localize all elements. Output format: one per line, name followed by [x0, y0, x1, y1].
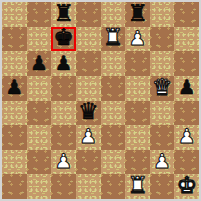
piece-white-pawn[interactable]: ♟ [55, 151, 73, 171]
piece-white-pawn[interactable]: ♟ [153, 151, 171, 171]
square-c8[interactable]: ♜ [51, 2, 76, 27]
square-f7[interactable]: ♟ [125, 27, 150, 52]
square-c4[interactable] [51, 101, 76, 126]
square-b3[interactable] [27, 125, 52, 150]
square-c6[interactable]: ♟ [51, 51, 76, 76]
square-d8[interactable] [76, 2, 101, 27]
square-d6[interactable] [76, 51, 101, 76]
piece-white-rook[interactable]: ♜ [103, 27, 124, 50]
square-a5[interactable]: ♟ [2, 76, 27, 101]
square-b7[interactable] [27, 27, 52, 52]
square-g5[interactable]: ♛ [150, 76, 175, 101]
piece-white-pawn[interactable]: ♟ [79, 126, 97, 146]
square-a1[interactable] [2, 174, 27, 199]
square-f6[interactable] [125, 51, 150, 76]
square-e8[interactable] [101, 2, 126, 27]
square-d7[interactable] [76, 27, 101, 52]
square-a8[interactable] [2, 2, 27, 27]
square-c1[interactable] [51, 174, 76, 199]
piece-white-queen[interactable]: ♛ [152, 76, 173, 99]
square-d3[interactable]: ♟ [76, 125, 101, 150]
piece-black-pawn[interactable]: ♟ [30, 53, 48, 73]
square-f5[interactable] [125, 76, 150, 101]
square-d1[interactable] [76, 174, 101, 199]
square-c3[interactable] [51, 125, 76, 150]
square-b5[interactable] [27, 76, 52, 101]
square-h1[interactable]: ♚ [174, 174, 199, 199]
square-h3[interactable]: ♟ [174, 125, 199, 150]
piece-white-pawn[interactable]: ♟ [178, 126, 196, 146]
piece-black-pawn[interactable]: ♟ [178, 77, 196, 97]
square-b2[interactable] [27, 150, 52, 175]
square-g7[interactable] [150, 27, 175, 52]
piece-black-rook[interactable]: ♜ [127, 2, 148, 25]
square-d4[interactable]: ♛ [76, 101, 101, 126]
piece-white-king[interactable]: ♚ [176, 174, 197, 197]
square-h7[interactable] [174, 27, 199, 52]
square-e7[interactable]: ♜ [101, 27, 126, 52]
piece-black-pawn[interactable]: ♟ [5, 77, 23, 97]
piece-black-rook[interactable]: ♜ [53, 2, 74, 25]
square-g6[interactable] [150, 51, 175, 76]
square-e2[interactable] [101, 150, 126, 175]
piece-black-pawn[interactable]: ♟ [55, 53, 73, 73]
square-c2[interactable]: ♟ [51, 150, 76, 175]
square-h4[interactable] [174, 101, 199, 126]
square-g4[interactable] [150, 101, 175, 126]
square-b8[interactable] [27, 2, 52, 27]
square-a2[interactable] [2, 150, 27, 175]
square-f4[interactable] [125, 101, 150, 126]
chess-app: ♜♜♚♜♟♟♟♟♛♟♛♟♟♟♟♜♚ [0, 0, 201, 201]
square-e6[interactable] [101, 51, 126, 76]
square-b6[interactable]: ♟ [27, 51, 52, 76]
square-e4[interactable] [101, 101, 126, 126]
square-a4[interactable] [2, 101, 27, 126]
square-g8[interactable] [150, 2, 175, 27]
piece-white-rook[interactable]: ♜ [127, 174, 148, 197]
square-d2[interactable] [76, 150, 101, 175]
square-e1[interactable] [101, 174, 126, 199]
square-g1[interactable] [150, 174, 175, 199]
square-b1[interactable] [27, 174, 52, 199]
square-b4[interactable] [27, 101, 52, 126]
square-h6[interactable] [174, 51, 199, 76]
square-f8[interactable]: ♜ [125, 2, 150, 27]
square-g2[interactable]: ♟ [150, 150, 175, 175]
square-g3[interactable] [150, 125, 175, 150]
piece-black-king[interactable]: ♚ [53, 27, 74, 50]
square-h5[interactable]: ♟ [174, 76, 199, 101]
chess-board: ♜♜♚♜♟♟♟♟♛♟♛♟♟♟♟♜♚ [0, 0, 201, 201]
square-d5[interactable] [76, 76, 101, 101]
square-a3[interactable] [2, 125, 27, 150]
square-c5[interactable] [51, 76, 76, 101]
square-a7[interactable] [2, 27, 27, 52]
square-h8[interactable] [174, 2, 199, 27]
piece-black-queen[interactable]: ♛ [78, 101, 99, 124]
square-h2[interactable] [174, 150, 199, 175]
square-e3[interactable] [101, 125, 126, 150]
square-a6[interactable] [2, 51, 27, 76]
square-f3[interactable] [125, 125, 150, 150]
square-e5[interactable] [101, 76, 126, 101]
piece-white-pawn[interactable]: ♟ [128, 28, 146, 48]
square-c7[interactable]: ♚ [51, 27, 76, 52]
square-f1[interactable]: ♜ [125, 174, 150, 199]
square-f2[interactable] [125, 150, 150, 175]
